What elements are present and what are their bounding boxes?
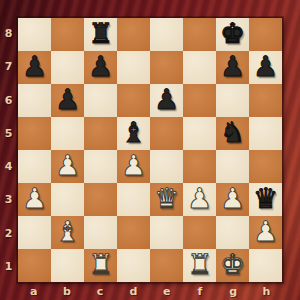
white-king[interactable]: ♚ [220,251,245,279]
square-c6[interactable] [84,84,117,117]
white-pawn[interactable]: ♟ [55,152,80,180]
rank-label-3: 3 [0,183,17,216]
square-d4[interactable]: ♟ [117,150,150,183]
black-pawn[interactable]: ♟ [154,86,179,114]
square-f5[interactable] [183,117,216,150]
black-rook[interactable]: ♜ [88,20,113,48]
file-label-a: a [17,283,50,300]
square-b7[interactable] [51,51,84,84]
square-f3[interactable]: ♟ [183,183,216,216]
white-rook[interactable]: ♜ [88,251,113,279]
square-g7[interactable]: ♟ [216,51,249,84]
square-h1[interactable] [249,249,282,282]
square-b4[interactable]: ♟ [51,150,84,183]
board-frame: ♜♚♟♟♟♟♟♟♝♞♟♟♟♛♟♟♛♝♟♜♜♚ 87654321 abcdefgh [0,0,300,300]
square-f6[interactable] [183,84,216,117]
file-label-f: f [183,283,216,300]
white-rook[interactable]: ♜ [187,251,212,279]
square-d7[interactable] [117,51,150,84]
rank-label-5: 5 [0,117,17,150]
square-g6[interactable] [216,84,249,117]
square-a1[interactable] [18,249,51,282]
black-pawn[interactable]: ♟ [253,53,278,81]
square-b8[interactable] [51,18,84,51]
black-pawn[interactable]: ♟ [22,53,47,81]
square-b2[interactable]: ♝ [51,216,84,249]
square-a4[interactable] [18,150,51,183]
square-b5[interactable] [51,117,84,150]
square-e1[interactable] [150,249,183,282]
square-e8[interactable] [150,18,183,51]
square-g3[interactable]: ♟ [216,183,249,216]
white-pawn[interactable]: ♟ [22,185,47,213]
square-a5[interactable] [18,117,51,150]
square-c8[interactable]: ♜ [84,18,117,51]
rank-label-1: 1 [0,250,17,283]
black-pawn[interactable]: ♟ [220,53,245,81]
square-g5[interactable]: ♞ [216,117,249,150]
file-label-b: b [50,283,83,300]
square-e6[interactable]: ♟ [150,84,183,117]
square-b3[interactable] [51,183,84,216]
chess-board: ♜♚♟♟♟♟♟♟♝♞♟♟♟♛♟♟♛♝♟♜♜♚ [17,17,283,283]
square-f8[interactable] [183,18,216,51]
black-queen[interactable]: ♛ [253,185,278,213]
square-c1[interactable]: ♜ [84,249,117,282]
square-e5[interactable] [150,117,183,150]
square-b6[interactable]: ♟ [51,84,84,117]
white-pawn[interactable]: ♟ [220,185,245,213]
square-d1[interactable] [117,249,150,282]
black-pawn[interactable]: ♟ [55,86,80,114]
square-h2[interactable]: ♟ [249,216,282,249]
square-d3[interactable] [117,183,150,216]
rank-label-6: 6 [0,84,17,117]
square-g8[interactable]: ♚ [216,18,249,51]
square-f2[interactable] [183,216,216,249]
file-label-g: g [217,283,250,300]
square-h7[interactable]: ♟ [249,51,282,84]
square-h4[interactable] [249,150,282,183]
square-g2[interactable] [216,216,249,249]
square-c3[interactable] [84,183,117,216]
square-e4[interactable] [150,150,183,183]
square-a8[interactable] [18,18,51,51]
black-bishop[interactable]: ♝ [121,119,146,147]
square-d2[interactable] [117,216,150,249]
square-h8[interactable] [249,18,282,51]
square-d6[interactable] [117,84,150,117]
file-coordinates: abcdefgh [17,283,283,300]
square-h5[interactable] [249,117,282,150]
rank-label-4: 4 [0,150,17,183]
square-h6[interactable] [249,84,282,117]
square-g1[interactable]: ♚ [216,249,249,282]
square-g4[interactable] [216,150,249,183]
square-f1[interactable]: ♜ [183,249,216,282]
file-label-c: c [84,283,117,300]
rank-label-8: 8 [0,17,17,50]
black-knight[interactable]: ♞ [220,119,245,147]
white-pawn[interactable]: ♟ [187,185,212,213]
file-label-h: h [250,283,283,300]
square-f4[interactable] [183,150,216,183]
white-pawn[interactable]: ♟ [121,152,146,180]
square-c5[interactable] [84,117,117,150]
square-d8[interactable] [117,18,150,51]
square-d5[interactable]: ♝ [117,117,150,150]
rank-label-7: 7 [0,50,17,83]
square-c7[interactable]: ♟ [84,51,117,84]
square-c2[interactable] [84,216,117,249]
square-a7[interactable]: ♟ [18,51,51,84]
square-c4[interactable] [84,150,117,183]
file-label-e: e [150,283,183,300]
square-a6[interactable] [18,84,51,117]
square-e7[interactable] [150,51,183,84]
rank-coordinates: 87654321 [0,17,17,283]
square-h3[interactable]: ♛ [249,183,282,216]
file-label-d: d [117,283,150,300]
square-e3[interactable]: ♛ [150,183,183,216]
rank-label-2: 2 [0,217,17,250]
square-a2[interactable] [18,216,51,249]
black-king[interactable]: ♚ [220,20,245,48]
square-e2[interactable] [150,216,183,249]
white-pawn[interactable]: ♟ [253,218,278,246]
square-f7[interactable] [183,51,216,84]
white-queen[interactable]: ♛ [154,185,179,213]
black-pawn[interactable]: ♟ [88,53,113,81]
white-bishop[interactable]: ♝ [55,218,80,246]
square-a3[interactable]: ♟ [18,183,51,216]
square-b1[interactable] [51,249,84,282]
